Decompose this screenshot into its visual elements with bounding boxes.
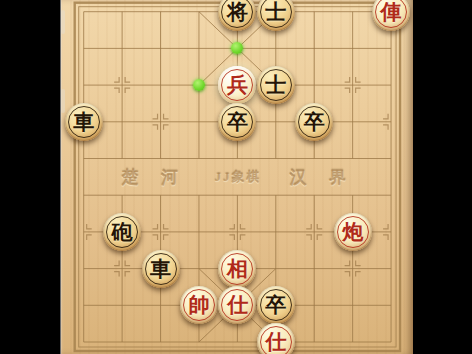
piece-label: 仕 <box>265 323 286 354</box>
board-edge-highlight <box>61 10 65 34</box>
piece-label: 士 <box>265 0 286 31</box>
piece-label: 車 <box>73 103 94 141</box>
piece-label: 兵 <box>227 66 248 104</box>
piece-black-chariot[interactable]: 車 <box>65 103 103 141</box>
piece-label: 卒 <box>265 286 286 324</box>
piece-black-chariot[interactable]: 車 <box>142 250 180 288</box>
piece-red-general[interactable]: 帥 <box>180 286 218 324</box>
piece-black-advisor[interactable]: 士 <box>257 66 295 104</box>
river-watermark-logo: JJ象棋 <box>215 168 262 186</box>
piece-label: 卒 <box>227 103 248 141</box>
piece-black-soldier[interactable]: 卒 <box>218 103 256 141</box>
piece-black-cannon[interactable]: 砲 <box>103 213 141 251</box>
piece-label: 将 <box>227 0 248 31</box>
piece-red-advisor[interactable]: 仕 <box>257 323 295 354</box>
piece-label: 仕 <box>227 286 248 324</box>
piece-black-soldier[interactable]: 卒 <box>257 286 295 324</box>
piece-label: 相 <box>227 250 248 288</box>
river-band: 楚 河 JJ象棋 汉 界 <box>84 159 391 195</box>
river-label-right: 汉 界 <box>289 166 354 189</box>
piece-red-cannon[interactable]: 炮 <box>334 213 372 251</box>
piece-label: 俥 <box>381 0 402 31</box>
piece-label: 士 <box>265 66 286 104</box>
piece-red-elephant[interactable]: 相 <box>218 250 256 288</box>
piece-label: 砲 <box>112 213 133 251</box>
piece-label: 炮 <box>342 213 363 251</box>
app-window: 楚 河 JJ象棋 汉 界 将士俥兵士車卒卒砲炮車相帥仕卒仕 <box>0 0 472 354</box>
piece-label: 卒 <box>304 103 325 141</box>
river-label-left: 楚 河 <box>121 166 186 189</box>
piece-label: 車 <box>150 250 171 288</box>
xiangqi-board[interactable]: 楚 河 JJ象棋 汉 界 将士俥兵士車卒卒砲炮車相帥仕卒仕 <box>60 0 413 354</box>
board-edge-highlight <box>61 89 65 113</box>
move-hint-dot[interactable] <box>193 79 205 91</box>
piece-black-soldier[interactable]: 卒 <box>295 103 333 141</box>
piece-label: 帥 <box>188 286 209 324</box>
